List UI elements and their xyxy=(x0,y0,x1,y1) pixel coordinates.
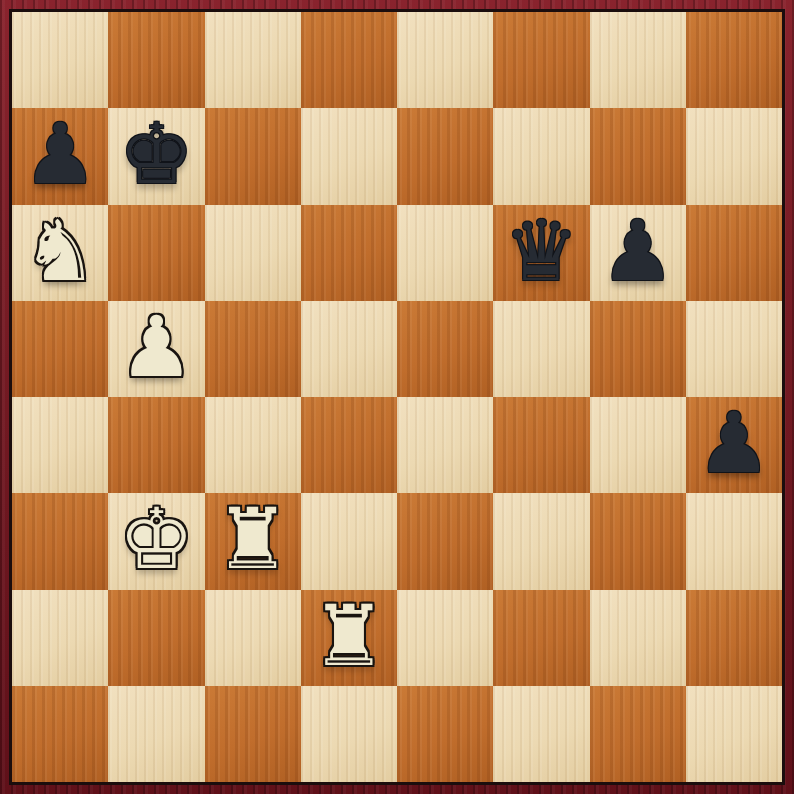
square-b4[interactable] xyxy=(108,397,204,493)
square-b3[interactable]: ♚ xyxy=(108,493,204,589)
square-a4[interactable] xyxy=(12,397,108,493)
square-a7[interactable]: ♟ xyxy=(12,108,108,204)
square-d8[interactable] xyxy=(301,12,397,108)
square-g7[interactable] xyxy=(590,108,686,204)
square-g3[interactable] xyxy=(590,493,686,589)
square-b8[interactable] xyxy=(108,12,204,108)
square-c3[interactable]: ♜ xyxy=(205,493,301,589)
black-pawn[interactable]: ♟ xyxy=(696,401,771,485)
square-f4[interactable] xyxy=(493,397,589,493)
black-pawn[interactable]: ♟ xyxy=(600,209,675,293)
white-knight[interactable]: ♞ xyxy=(22,209,97,293)
square-g5[interactable] xyxy=(590,301,686,397)
square-a2[interactable] xyxy=(12,590,108,686)
square-d3[interactable] xyxy=(301,493,397,589)
square-f6[interactable]: ♛ xyxy=(493,205,589,301)
square-a1[interactable] xyxy=(12,686,108,782)
square-a6[interactable]: ♞ xyxy=(12,205,108,301)
square-h3[interactable] xyxy=(686,493,782,589)
square-c5[interactable] xyxy=(205,301,301,397)
black-pawn[interactable]: ♟ xyxy=(22,112,97,196)
square-h6[interactable] xyxy=(686,205,782,301)
square-e4[interactable] xyxy=(397,397,493,493)
chess-board-frame: ♟♚♞♛♟♟♟♚♜♜ xyxy=(0,0,794,794)
square-h2[interactable] xyxy=(686,590,782,686)
square-a8[interactable] xyxy=(12,12,108,108)
black-queen[interactable]: ♛ xyxy=(504,209,579,293)
white-rook[interactable]: ♜ xyxy=(311,594,386,678)
square-f2[interactable] xyxy=(493,590,589,686)
square-d4[interactable] xyxy=(301,397,397,493)
white-rook[interactable]: ♜ xyxy=(215,497,290,581)
square-c2[interactable] xyxy=(205,590,301,686)
square-d6[interactable] xyxy=(301,205,397,301)
square-e7[interactable] xyxy=(397,108,493,204)
square-f8[interactable] xyxy=(493,12,589,108)
square-g8[interactable] xyxy=(590,12,686,108)
black-king[interactable]: ♚ xyxy=(119,112,194,196)
chess-board: ♟♚♞♛♟♟♟♚♜♜ xyxy=(12,12,782,782)
square-b1[interactable] xyxy=(108,686,204,782)
square-b7[interactable]: ♚ xyxy=(108,108,204,204)
square-f1[interactable] xyxy=(493,686,589,782)
square-h1[interactable] xyxy=(686,686,782,782)
square-h7[interactable] xyxy=(686,108,782,204)
square-g4[interactable] xyxy=(590,397,686,493)
square-b2[interactable] xyxy=(108,590,204,686)
square-c6[interactable] xyxy=(205,205,301,301)
square-a3[interactable] xyxy=(12,493,108,589)
white-pawn[interactable]: ♟ xyxy=(119,305,194,389)
square-c1[interactable] xyxy=(205,686,301,782)
square-g2[interactable] xyxy=(590,590,686,686)
square-e2[interactable] xyxy=(397,590,493,686)
square-d2[interactable]: ♜ xyxy=(301,590,397,686)
square-e6[interactable] xyxy=(397,205,493,301)
square-e5[interactable] xyxy=(397,301,493,397)
square-e8[interactable] xyxy=(397,12,493,108)
square-b6[interactable] xyxy=(108,205,204,301)
square-h8[interactable] xyxy=(686,12,782,108)
square-h4[interactable]: ♟ xyxy=(686,397,782,493)
square-e1[interactable] xyxy=(397,686,493,782)
square-e3[interactable] xyxy=(397,493,493,589)
chess-board-inner-border: ♟♚♞♛♟♟♟♚♜♜ xyxy=(9,9,785,785)
square-g6[interactable]: ♟ xyxy=(590,205,686,301)
square-a5[interactable] xyxy=(12,301,108,397)
square-f5[interactable] xyxy=(493,301,589,397)
square-d1[interactable] xyxy=(301,686,397,782)
square-f3[interactable] xyxy=(493,493,589,589)
square-c4[interactable] xyxy=(205,397,301,493)
square-d5[interactable] xyxy=(301,301,397,397)
white-king[interactable]: ♚ xyxy=(119,497,194,581)
square-c7[interactable] xyxy=(205,108,301,204)
square-b5[interactable]: ♟ xyxy=(108,301,204,397)
square-h5[interactable] xyxy=(686,301,782,397)
square-c8[interactable] xyxy=(205,12,301,108)
square-d7[interactable] xyxy=(301,108,397,204)
square-f7[interactable] xyxy=(493,108,589,204)
square-g1[interactable] xyxy=(590,686,686,782)
